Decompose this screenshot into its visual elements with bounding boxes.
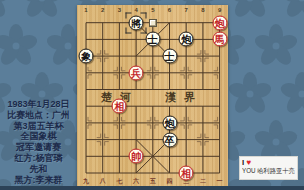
file-label-bottom: 二 <box>200 178 206 184</box>
board[interactable]: 楚河 漢界 將士炮象士炮卒炮馬兵相帥相 123456789九八七六五四三二一 <box>77 5 228 187</box>
black-soldier[interactable]: 卒 <box>162 132 177 147</box>
file-label-bottom: 一 <box>217 178 223 184</box>
last-move-to-marker <box>126 12 147 33</box>
river-label-right: 漢界 <box>165 92 203 103</box>
file-label-top: 2 <box>101 7 104 13</box>
last-move-from-marker <box>149 19 157 27</box>
file-label-top: 8 <box>201 7 204 13</box>
info-line: 第3届五羊杯 <box>0 121 77 132</box>
black-advisor[interactable]: 士 <box>162 49 177 64</box>
red-general[interactable]: 帥 <box>129 149 144 164</box>
red-horse[interactable]: 馬 <box>212 32 227 47</box>
file-label-top: 3 <box>118 7 121 13</box>
black-cannon[interactable]: 炮 <box>162 115 177 130</box>
black-advisor[interactable]: 士 <box>145 32 160 47</box>
info-line: 黑方:李来群 <box>0 175 77 186</box>
info-line: 冠军邀请赛 <box>0 142 77 153</box>
info-line: 红方:杨官璘 <box>0 153 77 164</box>
file-label-top: 6 <box>168 7 171 13</box>
info-line: 先和 <box>0 164 77 175</box>
screenshot-stage: 1983年1月28日比赛地点：广州第3届五羊杯全国象棋冠军邀请赛红方:杨官璘先和… <box>0 0 304 190</box>
file-label-top: 5 <box>151 7 154 13</box>
info-line: 全国象棋 <box>0 131 77 142</box>
bottom-edge-bar <box>0 186 304 190</box>
file-label-bottom: 八 <box>100 178 106 184</box>
red-elephant[interactable]: 相 <box>112 99 127 114</box>
watermark: I ♥ YOU 哈利路亚十亮 <box>239 156 298 180</box>
file-label-bottom: 四 <box>167 178 173 184</box>
file-label-top: 1 <box>84 7 87 13</box>
file-label-bottom: 七 <box>116 178 122 184</box>
watermark-line1: I ♥ <box>242 158 295 167</box>
file-label-bottom: 九 <box>83 178 89 184</box>
black-cannon[interactable]: 炮 <box>179 32 194 47</box>
info-line: 比赛地点：广州 <box>0 110 77 121</box>
game-info-panel: 1983年1月28日比赛地点：广州第3届五羊杯全国象棋冠军邀请赛红方:杨官璘先和… <box>0 99 77 185</box>
red-elephant[interactable]: 相 <box>179 166 194 181</box>
file-label-bottom: 六 <box>133 178 139 184</box>
file-label-bottom: 五 <box>150 178 156 184</box>
info-line: 1983年1月28日 <box>0 99 77 110</box>
watermark-line2: YOU 哈利路亚十亮 <box>242 167 293 175</box>
file-label-top: 7 <box>185 7 188 13</box>
black-elephant[interactable]: 象 <box>79 49 94 64</box>
red-pawn[interactable]: 兵 <box>129 65 144 80</box>
red-cannon[interactable]: 炮 <box>212 15 227 30</box>
heart-icon: ♥ <box>246 158 251 167</box>
file-label-top: 9 <box>218 7 221 13</box>
